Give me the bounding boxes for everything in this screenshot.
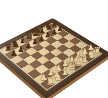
white-rook: ♜ <box>93 46 101 55</box>
square-f3 <box>63 49 76 57</box>
chess-set-photo: ♜♞♝♛♚♝♞♜♟♟♟♟♟♟♟♟♟♟♟♟♟♟♟♟♜♞♝♛♚♝♞♜ <box>0 0 108 98</box>
white-pawn: ♟ <box>87 43 94 51</box>
black-rook: ♜ <box>51 20 58 28</box>
square-g1: ♞ <box>82 53 95 61</box>
board-grid: ♜♞♝♛♚♝♞♜♟♟♟♟♟♟♟♟♟♟♟♟♟♟♟♟♜♞♝♛♚♝♞♜ <box>0 23 102 91</box>
square-h1: ♜ <box>88 49 101 57</box>
board-frame: ♜♞♝♛♚♝♞♜♟♟♟♟♟♟♟♟♟♟♟♟♟♟♟♟♜♞♝♛♚♝♞♜ <box>0 18 108 98</box>
square-a8: ♜ <box>0 47 12 55</box>
chess-board: ♜♞♝♛♚♝♞♜♟♟♟♟♟♟♟♟♟♟♟♟♟♟♟♟♜♞♝♛♚♝♞♜ <box>0 18 108 98</box>
